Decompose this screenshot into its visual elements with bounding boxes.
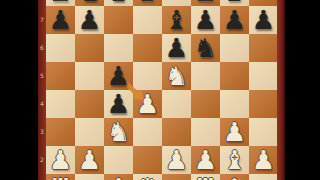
rank-label-7: 7 bbox=[38, 17, 46, 23]
piece-black-p-a7[interactable]: ♟ bbox=[46, 6, 75, 34]
piece-white-p-h2[interactable]: ♟ bbox=[249, 146, 277, 174]
piece-black-p-h7[interactable]: ♟ bbox=[249, 6, 277, 34]
board-frame-left-rail: 87654321 bbox=[38, 0, 46, 180]
piece-white-p-f2[interactable]: ♟ bbox=[191, 146, 220, 174]
piece-black-b-c8[interactable]: ♝ bbox=[104, 0, 133, 6]
video-frame: 87654321 ♜♞♝♛♜♚♟♟♝♟♟♟♟♞♟♞♟♟♞♟♟♟♟♟♝♟♜♝♛♜♚ bbox=[0, 0, 320, 180]
piece-black-p-c4[interactable]: ♟ bbox=[104, 90, 133, 118]
piece-white-n-c3[interactable]: ♞ bbox=[104, 118, 133, 146]
piece-black-p-f7[interactable]: ♟ bbox=[191, 6, 220, 34]
rank-label-6: 6 bbox=[38, 45, 46, 51]
piece-black-b-e7[interactable]: ♝ bbox=[162, 6, 191, 34]
piece-black-n-f6[interactable]: ♞ bbox=[191, 34, 220, 62]
piece-white-p-a2[interactable]: ♟ bbox=[46, 146, 75, 174]
rank-label-3: 3 bbox=[38, 129, 46, 135]
piece-black-p-g7[interactable]: ♟ bbox=[220, 6, 249, 34]
piece-white-r-a1[interactable]: ♜ bbox=[46, 174, 75, 180]
piece-white-q-d1[interactable]: ♛ bbox=[133, 174, 162, 180]
piece-white-b-g2[interactable]: ♝ bbox=[220, 146, 249, 174]
piece-white-p-d4[interactable]: ♟ bbox=[133, 90, 162, 118]
piece-white-p-g3[interactable]: ♟ bbox=[220, 118, 249, 146]
piece-white-p-e2[interactable]: ♟ bbox=[162, 146, 191, 174]
piece-white-k-g1[interactable]: ♚ bbox=[220, 174, 249, 180]
piece-white-p-b2[interactable]: ♟ bbox=[75, 146, 104, 174]
rank-label-4: 4 bbox=[38, 101, 46, 107]
piece-white-b-c1[interactable]: ♝ bbox=[104, 174, 133, 180]
piece-black-p-c5[interactable]: ♟ bbox=[104, 62, 133, 90]
piece-black-p-b7[interactable]: ♟ bbox=[75, 6, 104, 34]
rank-label-5: 5 bbox=[38, 73, 46, 79]
piece-white-n-e5[interactable]: ♞ bbox=[162, 62, 191, 90]
rank-label-2: 2 bbox=[38, 157, 46, 163]
piece-layer: ♜♞♝♛♜♚♟♟♝♟♟♟♟♞♟♞♟♟♞♟♟♟♟♟♝♟♜♝♛♜♚ bbox=[46, 0, 277, 180]
piece-black-p-e6[interactable]: ♟ bbox=[162, 34, 191, 62]
piece-black-q-d8[interactable]: ♛ bbox=[133, 0, 162, 6]
piece-white-r-f1[interactable]: ♜ bbox=[191, 174, 220, 180]
board-frame-right-rail bbox=[277, 0, 285, 180]
chess-board-clip: ♜♞♝♛♜♚♟♟♝♟♟♟♟♞♟♞♟♟♞♟♟♟♟♟♝♟♜♝♛♜♚ bbox=[46, 0, 277, 180]
